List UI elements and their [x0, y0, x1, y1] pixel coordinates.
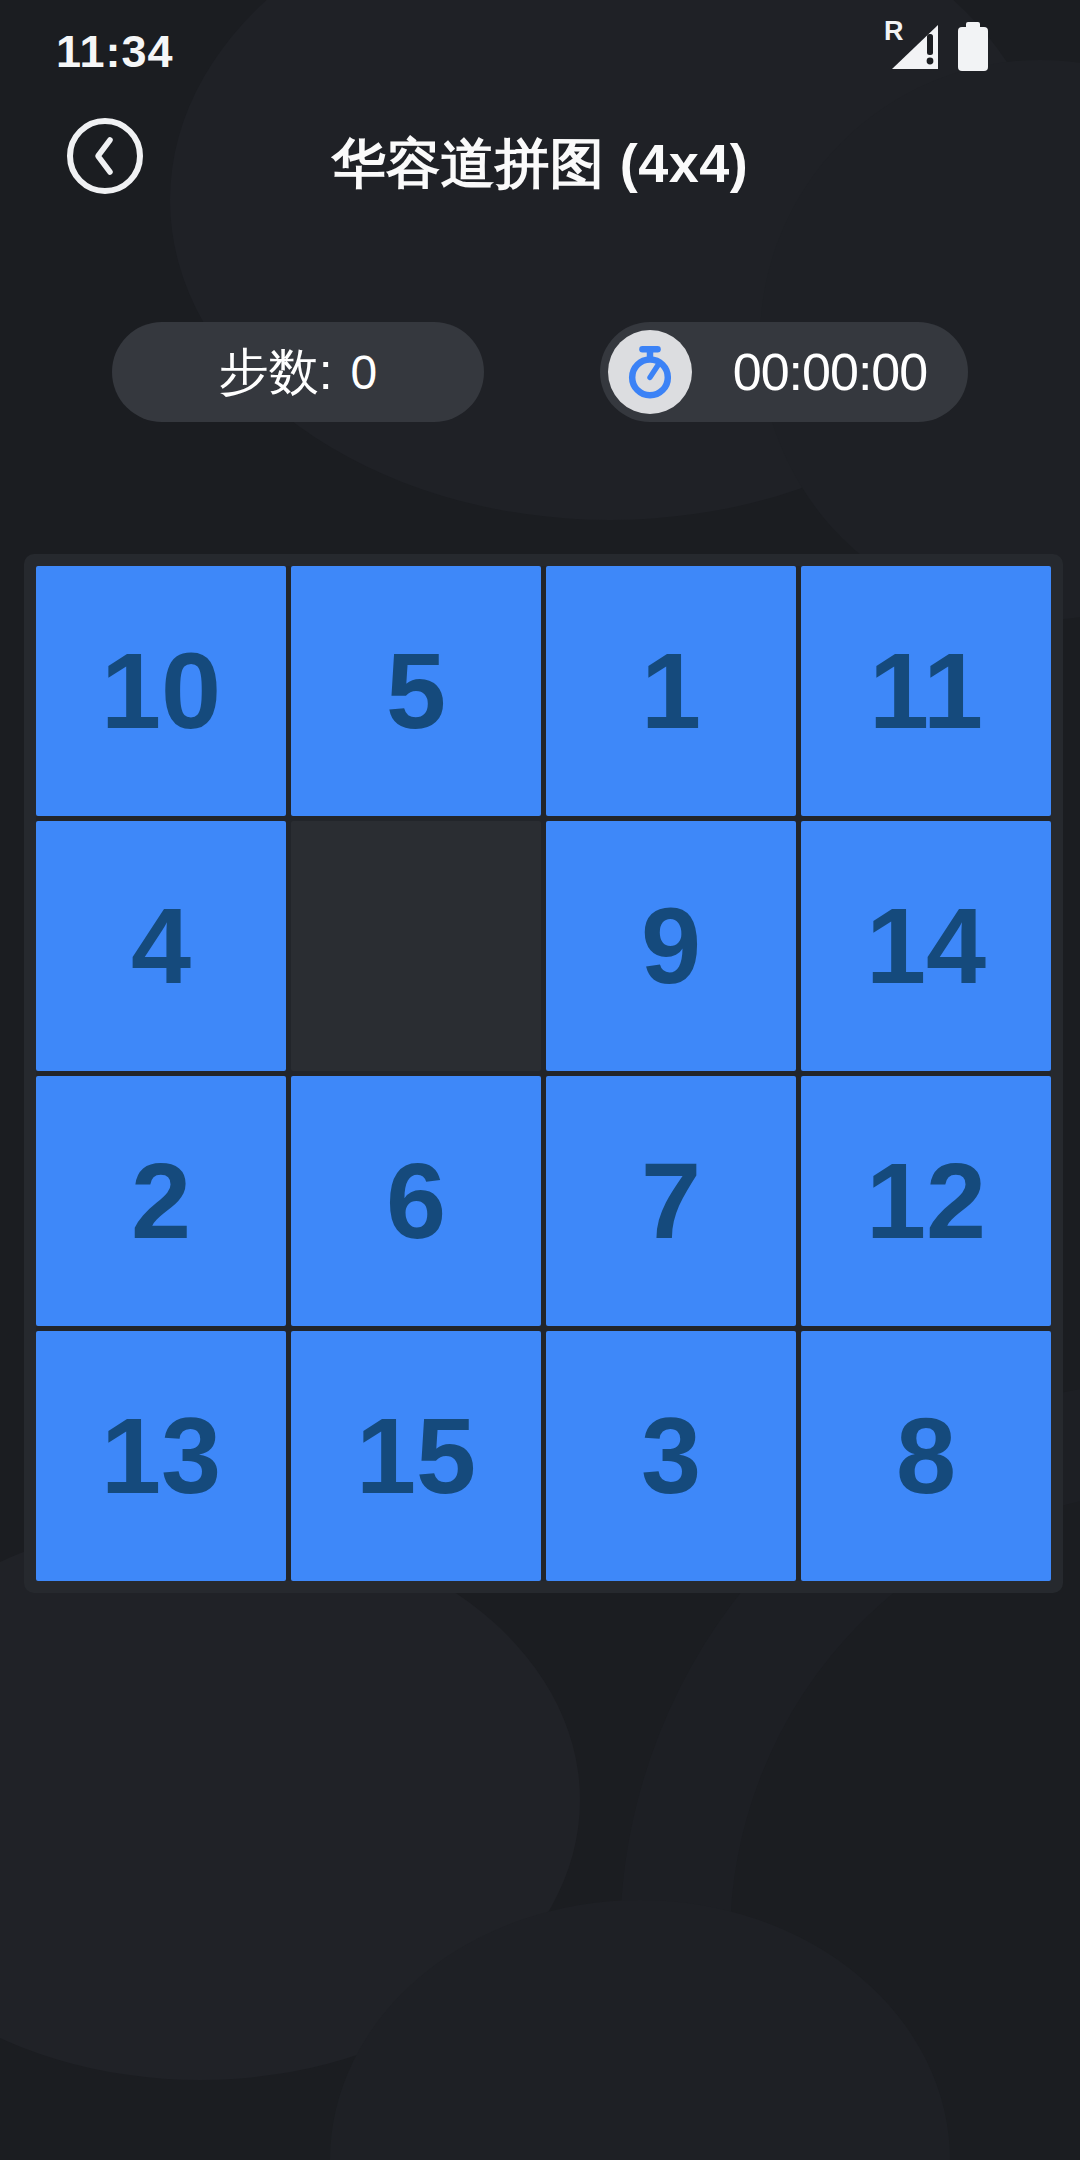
background-blob	[170, 0, 1050, 520]
tile-3[interactable]: 3	[546, 1331, 796, 1581]
tile-5[interactable]: 5	[291, 566, 541, 816]
tile-10[interactable]: 10	[36, 566, 286, 816]
tile-15[interactable]: 15	[291, 1331, 541, 1581]
moves-counter-pill: 步数: 0	[112, 322, 484, 422]
timer-pill: 00:00:00	[600, 322, 968, 422]
tile-11[interactable]: 11	[801, 566, 1051, 816]
tile-8[interactable]: 8	[801, 1331, 1051, 1581]
tile-6[interactable]: 6	[291, 1076, 541, 1326]
background-blob	[330, 1900, 950, 2160]
app-screen: 11:34 R 华容道拼图 (4x4) 步数: 0 00:00:00	[0, 0, 1080, 2160]
mobile-signal-alert-icon	[892, 25, 938, 69]
background-blob	[0, 1520, 580, 2080]
empty-cell	[291, 821, 541, 1071]
status-time: 11:34	[56, 26, 174, 78]
battery-full-icon	[958, 22, 988, 72]
stopwatch-icon	[608, 330, 692, 414]
puzzle-grid: 105111491426712131538	[36, 566, 1051, 1581]
tile-14[interactable]: 14	[801, 821, 1051, 1071]
tile-7[interactable]: 7	[546, 1076, 796, 1326]
tile-2[interactable]: 2	[36, 1076, 286, 1326]
puzzle-board: 105111491426712131538	[24, 554, 1063, 1593]
page-title: 华容道拼图 (4x4)	[0, 128, 1080, 201]
tile-13[interactable]: 13	[36, 1331, 286, 1581]
tile-9[interactable]: 9	[546, 821, 796, 1071]
tile-4[interactable]: 4	[36, 821, 286, 1071]
moves-label: 步数:	[219, 339, 333, 406]
tile-1[interactable]: 1	[546, 566, 796, 816]
moves-value: 0	[351, 345, 378, 400]
timer-value: 00:00:00	[692, 342, 968, 402]
tile-12[interactable]: 12	[801, 1076, 1051, 1326]
